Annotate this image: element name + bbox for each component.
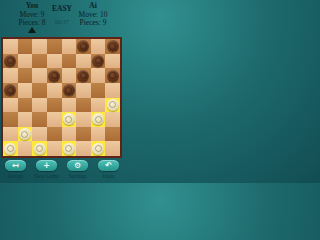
settings-button[interactable]: ⚙Settings	[63, 160, 93, 179]
ai-piece[interactable]	[4, 55, 16, 67]
board-cell-r6c5[interactable]	[76, 127, 91, 142]
undo-button[interactable]: ↶Undo	[94, 160, 124, 179]
board-cell-r4c2	[32, 98, 47, 113]
board-cell-r3c3	[47, 83, 62, 98]
board-cell-r7c2[interactable]	[32, 141, 47, 156]
board-cell-r3c2[interactable]	[32, 83, 47, 98]
player-piece[interactable]	[19, 128, 31, 140]
board-cell-r0c2	[32, 39, 47, 54]
player-piece[interactable]	[92, 143, 104, 155]
board-cell-r1c4[interactable]	[62, 54, 77, 69]
player-piece[interactable]	[107, 99, 119, 111]
board-cell-r3c0[interactable]	[3, 83, 18, 98]
ai-piece[interactable]	[107, 70, 119, 82]
board-cell-r6c4	[62, 127, 77, 142]
board-cell-r7c4[interactable]	[62, 141, 77, 156]
board-cell-r7c1	[18, 141, 33, 156]
board-cell-r0c5[interactable]	[76, 39, 91, 54]
board-cell-r1c3	[47, 54, 62, 69]
board-cell-r3c5	[76, 83, 91, 98]
ai-piece[interactable]	[77, 40, 89, 52]
player-piece[interactable]	[63, 113, 75, 125]
board-cell-r0c4	[62, 39, 77, 54]
settings-label: Settings	[69, 173, 87, 179]
board-cell-r3c6[interactable]	[91, 83, 106, 98]
board-cell-r5c5	[76, 112, 91, 127]
board-cell-r2c2	[32, 68, 47, 83]
ai-piece[interactable]	[92, 55, 104, 67]
board-cell-r5c3	[47, 112, 62, 127]
board-cell-r5c6[interactable]	[91, 112, 106, 127]
board-cell-r1c1	[18, 54, 33, 69]
board-cell-r5c7	[105, 112, 120, 127]
new-game-icon: +	[36, 160, 57, 171]
board-cell-r2c4	[62, 68, 77, 83]
ai-piece-count: Pieces: 9	[66, 19, 120, 28]
resign-button[interactable]: ↤Resign	[1, 160, 31, 179]
resign-label: Resign	[8, 173, 23, 179]
checkers-board	[1, 37, 122, 158]
board-cell-r1c7	[105, 54, 120, 69]
turn-indicator-icon	[28, 27, 36, 33]
resign-button-pill[interactable]: ↤	[5, 160, 26, 171]
board-cell-r6c1[interactable]	[18, 127, 33, 142]
board-cell-r2c7[interactable]	[105, 68, 120, 83]
board-cell-r7c6[interactable]	[91, 141, 106, 156]
player-piece[interactable]	[92, 113, 104, 125]
board-cell-r6c3[interactable]	[47, 127, 62, 142]
ai-piece[interactable]	[4, 84, 16, 96]
undo-button-pill[interactable]: ↶	[98, 160, 119, 171]
resign-icon: ↤	[5, 160, 26, 171]
board-cell-r7c7	[105, 141, 120, 156]
board-cell-r1c2[interactable]	[32, 54, 47, 69]
board-cell-r1c0[interactable]	[3, 54, 18, 69]
settings-icon: ⚙	[67, 160, 88, 171]
player-piece[interactable]	[63, 143, 75, 155]
board-cell-r7c5	[76, 141, 91, 156]
board-cell-r0c1[interactable]	[18, 39, 33, 54]
ai-piece[interactable]	[63, 84, 75, 96]
board-cell-r2c5[interactable]	[76, 68, 91, 83]
board-cell-r0c6	[91, 39, 106, 54]
ai-panel: Ai Move: 10 Pieces: 9	[66, 2, 120, 28]
board-cell-r6c2	[32, 127, 47, 142]
board-cell-r2c3[interactable]	[47, 68, 62, 83]
checkers-app: { "game": "checkers", "header": { "playe…	[0, 0, 124, 183]
settings-button-pill[interactable]: ⚙	[67, 160, 88, 171]
toolbar: ↤Resign+New Game⚙Settings↶Undo	[0, 160, 124, 182]
board-cell-r6c0	[3, 127, 18, 142]
ai-piece[interactable]	[77, 70, 89, 82]
new-game-button[interactable]: +New Game	[32, 160, 62, 179]
undo-label: Undo	[102, 173, 114, 179]
board-cell-r5c1	[18, 112, 33, 127]
board-cell-r4c7[interactable]	[105, 98, 120, 113]
board-cell-r4c5[interactable]	[76, 98, 91, 113]
board-cell-r3c4[interactable]	[62, 83, 77, 98]
board-cell-r1c6[interactable]	[91, 54, 106, 69]
board-cell-r3c7	[105, 83, 120, 98]
board-cell-r2c6	[91, 68, 106, 83]
board-cell-r5c0[interactable]	[3, 112, 18, 127]
board-cell-r2c0	[3, 68, 18, 83]
board-cell-r4c6	[91, 98, 106, 113]
board-cell-r7c3	[47, 141, 62, 156]
board-cell-r6c6	[91, 127, 106, 142]
board-cell-r4c4	[62, 98, 77, 113]
board-cell-r7c0[interactable]	[3, 141, 18, 156]
board-cell-r6c7[interactable]	[105, 127, 120, 142]
new-game-button-pill[interactable]: +	[36, 160, 57, 171]
player-piece[interactable]	[4, 143, 16, 155]
ai-piece[interactable]	[48, 70, 60, 82]
board-cell-r0c7[interactable]	[105, 39, 120, 54]
board-cell-r5c2[interactable]	[32, 112, 47, 127]
board-cell-r5c4[interactable]	[62, 112, 77, 127]
board-cell-r0c0	[3, 39, 18, 54]
board-cell-r1c5	[76, 54, 91, 69]
board-cell-r2c1[interactable]	[18, 68, 33, 83]
new-game-label: New Game	[34, 173, 59, 179]
board-cell-r4c3[interactable]	[47, 98, 62, 113]
board-cell-r4c1[interactable]	[18, 98, 33, 113]
board-cell-r0c3[interactable]	[47, 39, 62, 54]
undo-icon: ↶	[98, 160, 119, 171]
board-cell-r4c0	[3, 98, 18, 113]
player-piece[interactable]	[34, 143, 46, 155]
board-cell-r3c1	[18, 83, 33, 98]
ai-piece[interactable]	[107, 40, 119, 52]
